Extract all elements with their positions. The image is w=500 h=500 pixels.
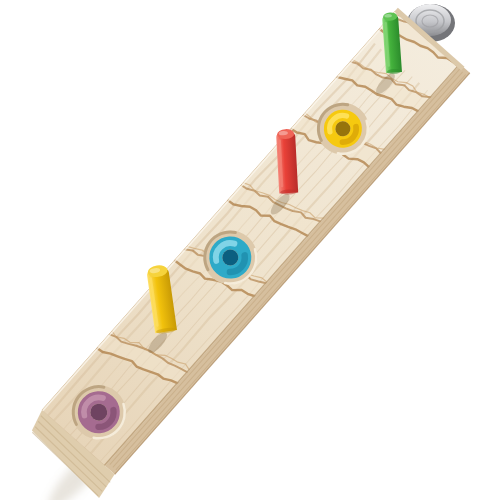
product-photo (0, 0, 500, 500)
red-peg (276, 129, 298, 195)
wooden-peg-toy-image (0, 0, 500, 500)
